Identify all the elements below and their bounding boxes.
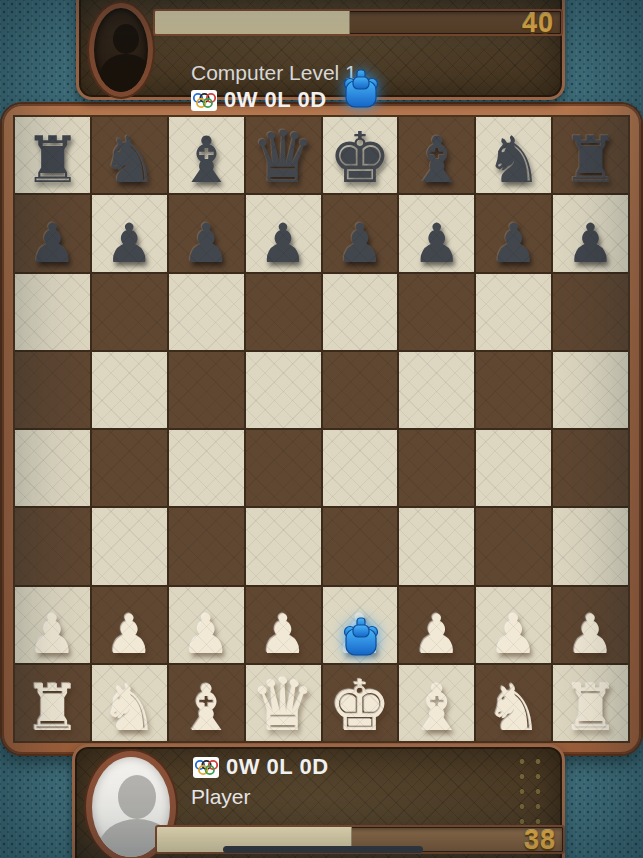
square-g6[interactable]	[476, 274, 551, 350]
square-a7[interactable]: ♟	[15, 195, 90, 271]
white-king-piece[interactable]: ♚	[329, 673, 392, 742]
square-a2[interactable]: ♟	[15, 587, 90, 663]
square-e1[interactable]: ♚	[323, 665, 398, 741]
white-knight-piece[interactable]: ♞	[101, 678, 158, 741]
white-pawn-piece[interactable]: ♟	[259, 609, 307, 662]
white-rook-piece[interactable]: ♜	[24, 678, 81, 741]
white-rook-piece[interactable]: ♜	[562, 678, 619, 741]
square-b3[interactable]	[92, 508, 167, 584]
black-bishop-piece[interactable]: ♝	[178, 130, 235, 193]
square-a4[interactable]	[15, 430, 90, 506]
black-knight-piece[interactable]: ♞	[485, 130, 542, 193]
square-h3[interactable]	[553, 508, 628, 584]
square-b2[interactable]: ♟	[92, 587, 167, 663]
opponent-panel: 40 Computer Level 1 0W 0L 0D	[76, 0, 565, 100]
square-d8[interactable]: ♛	[246, 117, 321, 193]
square-f7[interactable]: ♟	[399, 195, 474, 271]
square-e8[interactable]: ♚	[323, 117, 398, 193]
square-c8[interactable]: ♝	[169, 117, 244, 193]
square-d3[interactable]	[246, 508, 321, 584]
square-e4[interactable]	[323, 430, 398, 506]
square-b1[interactable]: ♞	[92, 665, 167, 741]
square-f6[interactable]	[399, 274, 474, 350]
square-h6[interactable]	[553, 274, 628, 350]
square-d2[interactable]: ♟	[246, 587, 321, 663]
square-h4[interactable]	[553, 430, 628, 506]
square-d1[interactable]: ♛	[246, 665, 321, 741]
square-g1[interactable]: ♞	[476, 665, 551, 741]
white-pawn-piece[interactable]: ♟	[566, 609, 614, 662]
square-a1[interactable]: ♜	[15, 665, 90, 741]
board-frame: ♜♞♝♛♚♝♞♜♟♟♟♟♟♟♟♟♟♟♟♟♟♟♟♟♜♞♝♛♚♝♞♜	[2, 104, 641, 754]
square-d6[interactable]	[246, 274, 321, 350]
square-b6[interactable]	[92, 274, 167, 350]
black-knight-piece[interactable]: ♞	[101, 130, 158, 193]
white-pawn-piece[interactable]: ♟	[105, 609, 153, 662]
square-c1[interactable]: ♝	[169, 665, 244, 741]
white-pawn-piece[interactable]: ♟	[182, 609, 230, 662]
square-a3[interactable]	[15, 508, 90, 584]
square-d5[interactable]	[246, 352, 321, 428]
square-b7[interactable]: ♟	[92, 195, 167, 271]
black-pawn-piece[interactable]: ♟	[259, 218, 307, 271]
square-g4[interactable]	[476, 430, 551, 506]
black-pawn-piece[interactable]: ♟	[105, 218, 153, 271]
black-pawn-piece[interactable]: ♟	[413, 218, 461, 271]
black-pawn-piece[interactable]: ♟	[336, 218, 384, 271]
square-b8[interactable]: ♞	[92, 117, 167, 193]
square-c2[interactable]: ♟	[169, 587, 244, 663]
square-h7[interactable]: ♟	[553, 195, 628, 271]
square-c4[interactable]	[169, 430, 244, 506]
square-e5[interactable]	[323, 352, 398, 428]
white-pawn-piece[interactable]: ♟	[28, 609, 76, 662]
white-bishop-piece[interactable]: ♝	[178, 678, 235, 741]
square-g8[interactable]: ♞	[476, 117, 551, 193]
square-f3[interactable]	[399, 508, 474, 584]
black-bishop-piece[interactable]: ♝	[408, 130, 465, 193]
black-queen-piece[interactable]: ♛	[251, 123, 316, 193]
square-h2[interactable]: ♟	[553, 587, 628, 663]
opponent-avatar	[89, 3, 153, 97]
square-f4[interactable]	[399, 430, 474, 506]
square-h5[interactable]	[553, 352, 628, 428]
square-a5[interactable]	[15, 352, 90, 428]
player-record: 0W 0L 0D	[226, 754, 329, 780]
chess-board[interactable]: ♜♞♝♛♚♝♞♜♟♟♟♟♟♟♟♟♟♟♟♟♟♟♟♟♜♞♝♛♚♝♞♜	[15, 117, 628, 741]
stitch-dots-decoration	[513, 753, 547, 835]
square-f2[interactable]: ♟	[399, 587, 474, 663]
app-screen: ♜♞♝♛♚♝♞♜♟♟♟♟♟♟♟♟♟♟♟♟♟♟♟♟♜♞♝♛♚♝♞♜ 40 Comp…	[0, 0, 643, 858]
square-c6[interactable]	[169, 274, 244, 350]
square-c3[interactable]	[169, 508, 244, 584]
square-h1[interactable]: ♜	[553, 665, 628, 741]
square-a6[interactable]	[15, 274, 90, 350]
white-pawn-piece[interactable]: ♟	[413, 609, 461, 662]
black-pawn-piece[interactable]: ♟	[566, 218, 614, 271]
square-c7[interactable]: ♟	[169, 195, 244, 271]
black-pawn-piece[interactable]: ♟	[489, 218, 537, 271]
player-panel: 0W 0L 0D Player 38	[72, 744, 565, 858]
square-e6[interactable]	[323, 274, 398, 350]
player-score: 38	[524, 825, 556, 854]
avatar-head-icon	[113, 24, 139, 54]
black-rook-piece[interactable]: ♜	[562, 130, 619, 193]
square-d4[interactable]	[246, 430, 321, 506]
square-f5[interactable]	[399, 352, 474, 428]
square-b4[interactable]	[92, 430, 167, 506]
king-marker-icon	[340, 67, 382, 113]
square-e7[interactable]: ♟	[323, 195, 398, 271]
opponent-score: 40	[522, 9, 554, 36]
black-rook-piece[interactable]: ♜	[24, 130, 81, 193]
black-pawn-piece[interactable]: ♟	[28, 218, 76, 271]
opponent-progress-bar: 40	[153, 9, 563, 36]
avatar-head-icon	[118, 775, 156, 819]
square-g3[interactable]	[476, 508, 551, 584]
white-queen-piece[interactable]: ♛	[251, 671, 316, 741]
olympic-rings-icon	[193, 757, 219, 778]
square-e3[interactable]	[323, 508, 398, 584]
square-f1[interactable]: ♝	[399, 665, 474, 741]
square-g5[interactable]	[476, 352, 551, 428]
square-a8[interactable]: ♜	[15, 117, 90, 193]
square-g7[interactable]: ♟	[476, 195, 551, 271]
home-indicator[interactable]	[223, 846, 423, 853]
king-marker-icon	[340, 615, 382, 661]
player-name: Player	[191, 785, 251, 809]
square-f8[interactable]: ♝	[399, 117, 474, 193]
opponent-progress-fill	[155, 11, 350, 34]
white-knight-piece[interactable]: ♞	[485, 678, 542, 741]
olympic-rings-icon	[191, 90, 217, 111]
square-d7[interactable]: ♟	[246, 195, 321, 271]
black-king-piece[interactable]: ♚	[329, 125, 392, 194]
avatar-torso-icon	[100, 54, 152, 96]
white-bishop-piece[interactable]: ♝	[408, 678, 465, 741]
black-pawn-piece[interactable]: ♟	[182, 218, 230, 271]
opponent-name: Computer Level 1	[191, 61, 357, 85]
square-b5[interactable]	[92, 352, 167, 428]
opponent-record: 0W 0L 0D	[224, 87, 327, 113]
square-h8[interactable]: ♜	[553, 117, 628, 193]
square-g2[interactable]: ♟	[476, 587, 551, 663]
white-pawn-piece[interactable]: ♟	[489, 609, 537, 662]
square-c5[interactable]	[169, 352, 244, 428]
